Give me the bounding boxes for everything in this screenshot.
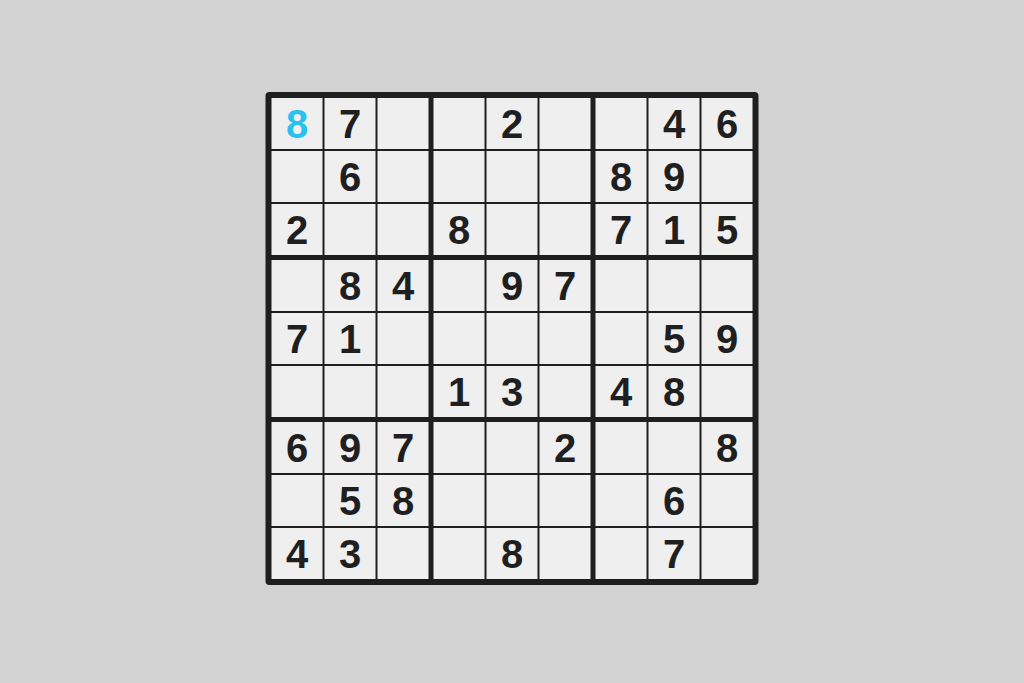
cell-r3c3[interactable] [378, 204, 429, 255]
cell-r9c1[interactable]: 4 [272, 528, 323, 579]
cell-r6c9[interactable] [702, 366, 753, 417]
cell-r4c7[interactable] [596, 260, 647, 311]
cell-r2c8[interactable]: 9 [649, 151, 700, 202]
cell-r9c6[interactable] [540, 528, 591, 579]
cell-r3c4[interactable]: 8 [434, 204, 485, 255]
cell-r4c2[interactable]: 8 [325, 260, 376, 311]
cell-r9c4[interactable] [434, 528, 485, 579]
cell-r2c2[interactable]: 6 [325, 151, 376, 202]
cell-r5c6[interactable] [540, 313, 591, 364]
cell-r9c5[interactable]: 8 [487, 528, 538, 579]
cell-r1c4[interactable] [434, 98, 485, 149]
cell-r5c4[interactable] [434, 313, 485, 364]
cell-r1c5[interactable]: 2 [487, 98, 538, 149]
cell-r3c2[interactable] [325, 204, 376, 255]
cell-r6c3[interactable] [378, 366, 429, 417]
cell-r2c9[interactable] [702, 151, 753, 202]
cell-r2c3[interactable] [378, 151, 429, 202]
cell-r7c8[interactable] [649, 422, 700, 473]
cell-r1c7[interactable] [596, 98, 647, 149]
cell-r5c1[interactable]: 7 [272, 313, 323, 364]
cell-r4c9[interactable] [702, 260, 753, 311]
cell-r8c7[interactable] [596, 475, 647, 526]
cell-r2c4[interactable] [434, 151, 485, 202]
cell-r7c5[interactable] [487, 422, 538, 473]
cell-r7c1[interactable]: 6 [272, 422, 323, 473]
cell-r3c9[interactable]: 5 [702, 204, 753, 255]
cell-r6c4[interactable]: 1 [434, 366, 485, 417]
cell-r1c2[interactable]: 7 [325, 98, 376, 149]
cell-r3c5[interactable] [487, 204, 538, 255]
cell-r5c8[interactable]: 5 [649, 313, 700, 364]
cell-r5c3[interactable] [378, 313, 429, 364]
cell-r1c3[interactable] [378, 98, 429, 149]
cell-r3c7[interactable]: 7 [596, 204, 647, 255]
cell-r8c9[interactable] [702, 475, 753, 526]
cell-r4c1[interactable] [272, 260, 323, 311]
cell-r5c5[interactable] [487, 313, 538, 364]
cell-r2c1[interactable] [272, 151, 323, 202]
cell-r6c7[interactable]: 4 [596, 366, 647, 417]
cell-r6c8[interactable]: 8 [649, 366, 700, 417]
cell-r7c6[interactable]: 2 [540, 422, 591, 473]
cell-r1c8[interactable]: 4 [649, 98, 700, 149]
cell-r7c9[interactable]: 8 [702, 422, 753, 473]
cell-r9c7[interactable] [596, 528, 647, 579]
cell-r8c8[interactable]: 6 [649, 475, 700, 526]
cell-r9c9[interactable] [702, 528, 753, 579]
cell-r1c6[interactable] [540, 98, 591, 149]
cell-r8c3[interactable]: 8 [378, 475, 429, 526]
cell-r4c4[interactable] [434, 260, 485, 311]
cell-r7c3[interactable]: 7 [378, 422, 429, 473]
cell-r3c8[interactable]: 1 [649, 204, 700, 255]
cell-r4c3[interactable]: 4 [378, 260, 429, 311]
cell-r3c1[interactable]: 2 [272, 204, 323, 255]
cell-r8c4[interactable] [434, 475, 485, 526]
cell-r5c9[interactable]: 9 [702, 313, 753, 364]
cell-r8c2[interactable]: 5 [325, 475, 376, 526]
cell-r7c4[interactable] [434, 422, 485, 473]
cell-r9c3[interactable] [378, 528, 429, 579]
cell-r2c6[interactable] [540, 151, 591, 202]
cell-r6c2[interactable] [325, 366, 376, 417]
cell-r8c1[interactable] [272, 475, 323, 526]
cell-r1c9[interactable]: 6 [702, 98, 753, 149]
cell-r6c6[interactable] [540, 366, 591, 417]
cell-r5c7[interactable] [596, 313, 647, 364]
cell-r4c5[interactable]: 9 [487, 260, 538, 311]
cell-r1c1[interactable]: 8 [272, 98, 323, 149]
cell-r9c2[interactable]: 3 [325, 528, 376, 579]
cell-r9c8[interactable]: 7 [649, 528, 700, 579]
cell-r4c8[interactable] [649, 260, 700, 311]
cell-r4c6[interactable]: 7 [540, 260, 591, 311]
cell-r8c5[interactable] [487, 475, 538, 526]
cell-r7c2[interactable]: 9 [325, 422, 376, 473]
cell-r2c5[interactable] [487, 151, 538, 202]
cell-r7c7[interactable] [596, 422, 647, 473]
cell-r2c7[interactable]: 8 [596, 151, 647, 202]
sudoku-board: 8724668928715849771591348697285864387 [266, 92, 759, 585]
cell-r5c2[interactable]: 1 [325, 313, 376, 364]
cell-r6c1[interactable] [272, 366, 323, 417]
cell-r6c5[interactable]: 3 [487, 366, 538, 417]
cell-r3c6[interactable] [540, 204, 591, 255]
cell-r8c6[interactable] [540, 475, 591, 526]
